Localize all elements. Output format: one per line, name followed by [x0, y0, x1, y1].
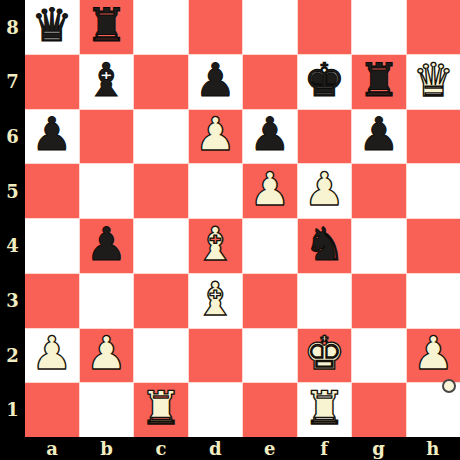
square-b3[interactable] [80, 274, 134, 328]
file-label-d: d [188, 437, 242, 460]
piece-white-pawn-e5[interactable]: ♟ [249, 166, 290, 212]
rank-label-4: 4 [0, 219, 25, 274]
file-label-f: f [297, 437, 351, 460]
piece-white-queen-h7[interactable]: ♛ [413, 57, 454, 103]
square-f4[interactable]: ♞ [298, 219, 352, 273]
square-e3[interactable] [243, 274, 297, 328]
square-a5[interactable] [25, 164, 79, 218]
white-to-move-indicator [442, 379, 456, 393]
file-label-e: e [243, 437, 297, 460]
square-g8[interactable] [352, 0, 406, 54]
square-g7[interactable]: ♜ [352, 55, 406, 109]
square-d8[interactable] [189, 0, 243, 54]
piece-black-pawn-a6[interactable]: ♟ [31, 111, 72, 157]
square-f2[interactable]: ♚ [298, 329, 352, 383]
piece-white-pawn-a2[interactable]: ♟ [31, 330, 72, 376]
square-h5[interactable] [407, 164, 460, 218]
square-h6[interactable] [407, 110, 460, 164]
file-label-h: h [406, 437, 460, 460]
square-b1[interactable] [80, 383, 134, 437]
square-a7[interactable] [25, 55, 79, 109]
square-d6[interactable]: ♟ [189, 110, 243, 164]
square-d1[interactable] [189, 383, 243, 437]
file-label-c: c [134, 437, 188, 460]
rank-label-1: 1 [0, 382, 25, 437]
square-f3[interactable] [298, 274, 352, 328]
piece-white-pawn-h2[interactable]: ♟ [413, 330, 454, 376]
piece-white-pawn-b2[interactable]: ♟ [86, 330, 127, 376]
piece-white-pawn-d6[interactable]: ♟ [195, 111, 236, 157]
square-g5[interactable] [352, 164, 406, 218]
rank-label-5: 5 [0, 164, 25, 219]
piece-black-knight-f4[interactable]: ♞ [304, 221, 345, 267]
square-h8[interactable] [407, 0, 460, 54]
chess-board[interactable]: ♛♜♝♟♚♜♛♟♟♟♟♟♟♟♝♞♝♟♟♚♟♜♜ [25, 0, 460, 437]
square-d5[interactable] [189, 164, 243, 218]
square-a2[interactable]: ♟ [25, 329, 79, 383]
piece-black-pawn-d7[interactable]: ♟ [195, 57, 236, 103]
piece-white-rook-c1[interactable]: ♜ [140, 385, 181, 431]
square-a8[interactable]: ♛ [25, 0, 79, 54]
piece-black-pawn-g6[interactable]: ♟ [358, 111, 399, 157]
square-e1[interactable] [243, 383, 297, 437]
square-g3[interactable] [352, 274, 406, 328]
square-h3[interactable] [407, 274, 460, 328]
chess-board-screenshot: 87654321 ♛♜♝♟♚♜♛♟♟♟♟♟♟♟♝♞♝♟♟♚♟♜♜ abcdefg… [0, 0, 460, 460]
square-g4[interactable] [352, 219, 406, 273]
piece-black-queen-a8[interactable]: ♛ [31, 2, 72, 48]
rank-label-2: 2 [0, 328, 25, 383]
square-c1[interactable]: ♜ [134, 383, 188, 437]
piece-black-bishop-b7[interactable]: ♝ [86, 57, 127, 103]
square-c7[interactable] [134, 55, 188, 109]
square-f6[interactable] [298, 110, 352, 164]
square-b8[interactable]: ♜ [80, 0, 134, 54]
piece-black-pawn-b4[interactable]: ♟ [86, 221, 127, 267]
piece-black-king-f7[interactable]: ♚ [304, 57, 345, 103]
file-label-a: a [25, 437, 79, 460]
square-c5[interactable] [134, 164, 188, 218]
piece-white-king-f2[interactable]: ♚ [304, 330, 345, 376]
square-b4[interactable]: ♟ [80, 219, 134, 273]
square-g2[interactable] [352, 329, 406, 383]
square-e6[interactable]: ♟ [243, 110, 297, 164]
piece-white-bishop-d4[interactable]: ♝ [195, 221, 236, 267]
square-e2[interactable] [243, 329, 297, 383]
square-g1[interactable] [352, 383, 406, 437]
square-d7[interactable]: ♟ [189, 55, 243, 109]
square-a4[interactable] [25, 219, 79, 273]
file-labels: abcdefgh [25, 437, 460, 460]
square-h2[interactable]: ♟ [407, 329, 460, 383]
square-c4[interactable] [134, 219, 188, 273]
piece-black-rook-g7[interactable]: ♜ [358, 57, 399, 103]
rank-labels: 87654321 [0, 0, 25, 437]
square-f7[interactable]: ♚ [298, 55, 352, 109]
square-b7[interactable]: ♝ [80, 55, 134, 109]
file-label-g: g [351, 437, 405, 460]
square-e5[interactable]: ♟ [243, 164, 297, 218]
square-b5[interactable] [80, 164, 134, 218]
square-e4[interactable] [243, 219, 297, 273]
piece-white-rook-f1[interactable]: ♜ [304, 385, 345, 431]
square-a3[interactable] [25, 274, 79, 328]
square-d3[interactable]: ♝ [189, 274, 243, 328]
square-a6[interactable]: ♟ [25, 110, 79, 164]
square-e7[interactable] [243, 55, 297, 109]
rank-label-7: 7 [0, 55, 25, 110]
square-d2[interactable] [189, 329, 243, 383]
square-c8[interactable] [134, 0, 188, 54]
square-e8[interactable] [243, 0, 297, 54]
square-f1[interactable]: ♜ [298, 383, 352, 437]
square-h7[interactable]: ♛ [407, 55, 460, 109]
square-d4[interactable]: ♝ [189, 219, 243, 273]
rank-label-8: 8 [0, 0, 25, 55]
square-f5[interactable]: ♟ [298, 164, 352, 218]
square-g6[interactable]: ♟ [352, 110, 406, 164]
square-c6[interactable] [134, 110, 188, 164]
square-c2[interactable] [134, 329, 188, 383]
piece-black-rook-b8[interactable]: ♜ [86, 2, 127, 48]
square-f8[interactable] [298, 0, 352, 54]
rank-label-3: 3 [0, 273, 25, 328]
square-b6[interactable] [80, 110, 134, 164]
piece-white-pawn-f5[interactable]: ♟ [304, 166, 345, 212]
square-b2[interactable]: ♟ [80, 329, 134, 383]
square-c3[interactable] [134, 274, 188, 328]
rank-label-6: 6 [0, 109, 25, 164]
square-a1[interactable] [25, 383, 79, 437]
square-h4[interactable] [407, 219, 460, 273]
piece-white-bishop-d3[interactable]: ♝ [195, 276, 236, 322]
piece-black-pawn-e6[interactable]: ♟ [249, 111, 290, 157]
file-label-b: b [79, 437, 133, 460]
